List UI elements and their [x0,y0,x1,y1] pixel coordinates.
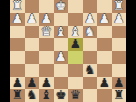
white-pawn-piece[interactable]: ♟ [84,13,95,25]
square-h2[interactable]: ♟ [10,13,25,26]
square-a5[interactable] [112,51,127,64]
square-e1[interactable]: ♚ [54,0,69,13]
square-a7[interactable]: ♟ [112,77,127,90]
white-knight-piece[interactable]: ♞ [84,26,95,38]
square-h1[interactable]: ♜ [10,0,25,13]
square-e2[interactable] [54,13,69,26]
square-d4[interactable]: ♟ [68,38,83,51]
white-pawn-piece[interactable]: ♟ [12,13,23,25]
white-pawn-piece[interactable]: ♟ [26,13,37,25]
square-h5[interactable] [10,51,25,64]
white-pawn-piece[interactable]: ♟ [113,13,124,25]
square-a6[interactable] [112,64,127,77]
square-h3[interactable] [10,26,25,39]
square-b5[interactable] [97,51,112,64]
square-g1[interactable] [25,0,40,13]
white-rook-piece[interactable]: ♜ [113,0,124,12]
white-bishop-piece[interactable]: ♝ [55,26,66,38]
square-b2[interactable]: ♟ [97,13,112,26]
white-rook-piece[interactable]: ♜ [12,0,23,12]
white-pawn-piece[interactable]: ♟ [55,51,66,63]
square-e8[interactable]: ♚ [54,89,69,102]
white-queen-piece[interactable]: ♛ [41,26,52,38]
square-f1[interactable] [39,0,54,13]
square-e7[interactable] [54,77,69,90]
black-rook-piece[interactable]: ♜ [12,89,23,101]
white-pawn-piece[interactable]: ♟ [99,13,110,25]
black-knight-piece[interactable]: ♞ [84,64,95,76]
white-bishop-piece[interactable]: ♝ [70,26,81,38]
black-pawn-piece[interactable]: ♟ [41,77,52,89]
square-g4[interactable] [25,38,40,51]
right-black-bar [126,0,136,102]
square-g8[interactable]: ♞ [25,89,40,102]
black-king-piece[interactable]: ♚ [55,89,66,101]
square-f6[interactable] [39,64,54,77]
square-a3[interactable] [112,26,127,39]
black-pawn-piece[interactable]: ♟ [99,77,110,89]
black-pawn-piece[interactable]: ♟ [12,77,23,89]
square-f7[interactable]: ♟ [39,77,54,90]
black-pawn-piece[interactable]: ♟ [70,38,81,50]
square-h8[interactable]: ♜ [10,89,25,102]
square-d2[interactable] [68,13,83,26]
square-c1[interactable] [83,0,98,13]
square-c2[interactable]: ♟ [83,13,98,26]
square-h4[interactable] [10,38,25,51]
square-b1[interactable] [97,0,112,13]
square-d6[interactable] [68,64,83,77]
square-g2[interactable]: ♟ [25,13,40,26]
square-b8[interactable] [97,89,112,102]
square-f8[interactable]: ♝ [39,89,54,102]
square-e3[interactable]: ♝ [54,26,69,39]
square-d8[interactable]: ♛ [68,89,83,102]
white-king-piece[interactable]: ♚ [55,0,66,12]
square-f4[interactable] [39,38,54,51]
square-c6[interactable]: ♞ [83,64,98,77]
square-d5[interactable] [68,51,83,64]
square-g5[interactable] [25,51,40,64]
black-pawn-piece[interactable]: ♟ [26,77,37,89]
square-b4[interactable] [97,38,112,51]
square-a8[interactable]: ♜ [112,89,127,102]
chess-board: ♜♚♜♟♟♟♟♟♟♛♝♝♞♟♟♞♟♟♟♟♟♜♞♝♚♛♜ [10,0,126,102]
square-e4[interactable] [54,38,69,51]
square-g7[interactable]: ♟ [25,77,40,90]
square-f5[interactable] [39,51,54,64]
square-h6[interactable] [10,64,25,77]
square-g3[interactable] [25,26,40,39]
square-f2[interactable]: ♟ [39,13,54,26]
square-c5[interactable] [83,51,98,64]
black-rook-piece[interactable]: ♜ [113,89,124,101]
square-b6[interactable] [97,64,112,77]
square-c3[interactable]: ♞ [83,26,98,39]
black-queen-piece[interactable]: ♛ [70,89,81,101]
square-g6[interactable] [25,64,40,77]
black-pawn-piece[interactable]: ♟ [113,77,124,89]
square-b3[interactable] [97,26,112,39]
square-c8[interactable] [83,89,98,102]
white-pawn-piece[interactable]: ♟ [41,13,52,25]
square-f3[interactable]: ♛ [39,26,54,39]
black-bishop-piece[interactable]: ♝ [41,89,52,101]
square-c4[interactable] [83,38,98,51]
black-knight-piece[interactable]: ♞ [26,89,37,101]
square-a2[interactable]: ♟ [112,13,127,26]
square-d1[interactable] [68,0,83,13]
left-black-bar [0,0,10,102]
square-e5[interactable]: ♟ [54,51,69,64]
square-h7[interactable]: ♟ [10,77,25,90]
square-b7[interactable]: ♟ [97,77,112,90]
square-a4[interactable] [112,38,127,51]
square-c7[interactable] [83,77,98,90]
square-d3[interactable]: ♝ [68,26,83,39]
square-a1[interactable]: ♜ [112,0,127,13]
square-e6[interactable] [54,64,69,77]
chess-app-screen: ♜♚♜♟♟♟♟♟♟♛♝♝♞♟♟♞♟♟♟♟♟♜♞♝♚♛♜ [0,0,136,102]
square-d7[interactable] [68,77,83,90]
